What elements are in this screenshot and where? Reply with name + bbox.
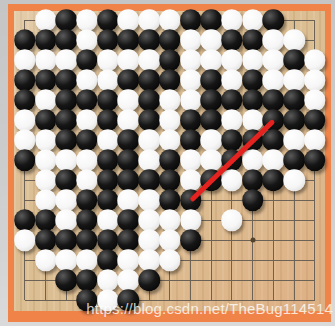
board-intersection[interactable] (222, 190, 243, 210)
board-intersection[interactable] (263, 30, 284, 50)
black-stone (76, 49, 98, 71)
board-intersection[interactable] (77, 190, 98, 210)
board-intersection[interactable] (139, 210, 160, 230)
white-stone (76, 69, 98, 91)
board-intersection[interactable] (77, 110, 98, 130)
black-stone (180, 109, 202, 131)
white-stone (118, 89, 140, 111)
white-stone (159, 89, 181, 111)
white-stone (304, 89, 326, 111)
white-stone (138, 229, 160, 251)
board-intersection[interactable] (118, 150, 139, 170)
board-intersection[interactable] (180, 250, 201, 270)
white-stone (159, 109, 181, 131)
black-stone (283, 89, 305, 111)
board-intersection[interactable] (56, 90, 77, 110)
black-stone (97, 189, 119, 211)
board-intersection[interactable] (77, 150, 98, 170)
board-intersection[interactable] (97, 230, 118, 250)
white-stone (180, 169, 202, 191)
board-intersection[interactable] (159, 270, 180, 290)
board-intersection[interactable] (56, 130, 77, 150)
board-intersection[interactable] (201, 250, 222, 270)
black-stone (56, 269, 78, 291)
white-stone (159, 129, 181, 151)
board-intersection[interactable] (304, 50, 325, 70)
white-stone (263, 29, 285, 51)
board-intersection[interactable] (77, 270, 98, 290)
board-intersection[interactable] (139, 10, 160, 30)
board-intersection[interactable] (284, 230, 305, 250)
board-intersection[interactable] (159, 130, 180, 150)
board-intersection[interactable] (201, 50, 222, 70)
board-intersection[interactable] (180, 150, 201, 170)
board-intersection[interactable] (139, 50, 160, 70)
white-stone (180, 29, 202, 51)
white-stone (221, 69, 243, 91)
white-stone (138, 9, 160, 31)
board-intersection[interactable] (263, 190, 284, 210)
board-intersection[interactable] (304, 110, 325, 130)
board-intersection[interactable] (15, 190, 36, 210)
board-intersection[interactable] (159, 170, 180, 190)
board-intersection[interactable] (242, 70, 263, 90)
white-stone (138, 129, 160, 151)
board-intersection[interactable] (201, 130, 222, 150)
board-intersection[interactable] (118, 170, 139, 190)
board-intersection[interactable] (77, 230, 98, 250)
black-stone (118, 129, 140, 151)
white-stone (180, 89, 202, 111)
white-stone (283, 29, 305, 51)
board-intersection[interactable] (201, 190, 222, 210)
board-intersection[interactable] (304, 70, 325, 90)
board-intersection[interactable] (159, 190, 180, 210)
board-intersection[interactable] (201, 150, 222, 170)
board-intersection[interactable] (159, 90, 180, 110)
board-intersection[interactable] (304, 10, 325, 30)
board-intersection[interactable] (118, 130, 139, 150)
board-intersection[interactable] (284, 50, 305, 70)
board-intersection[interactable] (201, 90, 222, 110)
white-stone (76, 149, 98, 171)
board-intersection[interactable] (15, 70, 36, 90)
board-intersection[interactable] (180, 230, 201, 250)
board-intersection[interactable] (222, 230, 243, 250)
board-intersection[interactable] (35, 190, 56, 210)
board-intersection[interactable] (159, 30, 180, 50)
board-intersection[interactable] (35, 290, 56, 310)
black-stone (76, 89, 98, 111)
board-intersection[interactable] (222, 30, 243, 50)
board-intersection[interactable] (222, 110, 243, 130)
board-intersection[interactable] (35, 250, 56, 270)
white-stone (35, 129, 57, 151)
black-stone (159, 189, 181, 211)
board-intersection[interactable] (15, 270, 36, 290)
board-intersection[interactable] (284, 70, 305, 90)
white-stone (14, 49, 36, 71)
white-stone (180, 49, 202, 71)
white-stone (242, 109, 264, 131)
board-intersection[interactable] (284, 110, 305, 130)
white-stone (97, 49, 119, 71)
board-intersection[interactable] (304, 230, 325, 250)
board-intersection[interactable] (201, 210, 222, 230)
board-intersection[interactable] (56, 70, 77, 90)
black-stone (201, 109, 223, 131)
black-stone (35, 229, 57, 251)
black-stone (138, 29, 160, 51)
black-stone (159, 149, 181, 171)
board-intersection[interactable] (97, 110, 118, 130)
board-intersection[interactable] (159, 230, 180, 250)
board-intersection[interactable] (304, 90, 325, 110)
board-intersection[interactable] (242, 270, 263, 290)
board-intersection[interactable] (35, 50, 56, 70)
board-intersection[interactable] (97, 50, 118, 70)
board-intersection[interactable] (56, 170, 77, 190)
board-intersection[interactable] (77, 30, 98, 50)
board-intersection[interactable] (118, 210, 139, 230)
board-intersection[interactable] (118, 10, 139, 30)
board-intersection[interactable] (284, 250, 305, 270)
board-intersection[interactable] (97, 90, 118, 110)
white-stone (35, 189, 57, 211)
board-intersection[interactable] (304, 250, 325, 270)
board-intersection[interactable] (56, 50, 77, 70)
black-stone (118, 69, 140, 91)
white-stone (118, 269, 140, 291)
board-intersection[interactable] (77, 50, 98, 70)
watermark-text: https://blog.csdn.net/TheBug114514 (86, 300, 333, 317)
board-intersection[interactable] (97, 190, 118, 210)
black-stone (138, 269, 160, 291)
board-intersection[interactable] (304, 170, 325, 190)
black-stone (14, 69, 36, 91)
board-intersection[interactable] (97, 250, 118, 270)
board-intersection[interactable] (242, 50, 263, 70)
board-intersection[interactable] (139, 230, 160, 250)
board-intersection[interactable] (304, 270, 325, 290)
white-stone (35, 9, 57, 31)
board-intersection[interactable] (56, 110, 77, 130)
board-intersection[interactable] (304, 210, 325, 230)
board-intersection[interactable] (118, 270, 139, 290)
white-stone (304, 129, 326, 151)
board-intersection[interactable] (284, 130, 305, 150)
board-intersection[interactable] (159, 50, 180, 70)
black-stone (242, 29, 264, 51)
board-intersection[interactable] (284, 170, 305, 190)
board-intersection[interactable] (139, 30, 160, 50)
black-stone (242, 69, 264, 91)
board-intersection[interactable] (263, 150, 284, 170)
board-intersection[interactable] (159, 70, 180, 90)
board-intersection[interactable] (159, 210, 180, 230)
black-stone (118, 29, 140, 51)
board-intersection[interactable] (284, 210, 305, 230)
board-intersection[interactable] (284, 270, 305, 290)
board-intersection[interactable] (35, 10, 56, 30)
board-intersection[interactable] (180, 110, 201, 130)
white-stone (118, 189, 140, 211)
white-stone (242, 49, 264, 71)
board-intersection[interactable] (139, 110, 160, 130)
board-intersection[interactable] (35, 90, 56, 110)
board-intersection[interactable] (284, 150, 305, 170)
board-intersection[interactable] (284, 30, 305, 50)
board-intersection[interactable] (118, 30, 139, 50)
board-intersection[interactable] (180, 50, 201, 70)
black-stone (159, 49, 181, 71)
board-intersection[interactable] (180, 30, 201, 50)
board-intersection[interactable] (77, 170, 98, 190)
board-intersection[interactable] (15, 290, 36, 310)
board-intersection[interactable] (97, 70, 118, 90)
board-intersection[interactable] (242, 170, 263, 190)
board-intersection[interactable] (15, 250, 36, 270)
black-stone (76, 229, 98, 251)
black-stone (221, 29, 243, 51)
board-intersection[interactable] (15, 130, 36, 150)
board-intersection[interactable] (222, 130, 243, 150)
board-intersection[interactable] (15, 150, 36, 170)
black-stone (138, 169, 160, 191)
board-intersection[interactable] (97, 210, 118, 230)
board-intersection[interactable] (139, 270, 160, 290)
board-intersection[interactable] (222, 270, 243, 290)
board-intersection[interactable] (139, 150, 160, 170)
board-intersection[interactable] (139, 70, 160, 90)
board-intersection[interactable] (201, 110, 222, 130)
board-intersection[interactable] (118, 190, 139, 210)
board-intersection[interactable] (118, 250, 139, 270)
board-intersection[interactable] (56, 10, 77, 30)
board-intersection[interactable] (15, 50, 36, 70)
board-intersection[interactable] (35, 30, 56, 50)
board-intersection[interactable] (284, 190, 305, 210)
board-intersection[interactable] (263, 50, 284, 70)
black-stone (56, 109, 78, 131)
board-intersection[interactable] (201, 270, 222, 290)
board-intersection[interactable] (180, 130, 201, 150)
board-intersection[interactable] (263, 210, 284, 230)
board-intersection[interactable] (159, 110, 180, 130)
board-intersection[interactable] (222, 250, 243, 270)
board-intersection[interactable] (284, 90, 305, 110)
black-stone (76, 189, 98, 211)
black-stone (56, 9, 78, 31)
board-intersection[interactable] (263, 70, 284, 90)
board-intersection[interactable] (263, 270, 284, 290)
board-intersection[interactable] (304, 30, 325, 50)
board-intersection[interactable] (242, 230, 263, 250)
black-stone (118, 169, 140, 191)
white-stone (118, 9, 140, 31)
board-intersection[interactable] (118, 70, 139, 90)
board-intersection[interactable] (201, 70, 222, 90)
board-intersection[interactable] (77, 10, 98, 30)
white-stone (97, 129, 119, 151)
black-stone (180, 9, 202, 31)
board-intersection[interactable] (201, 230, 222, 250)
board-intersection[interactable] (242, 250, 263, 270)
board-intersection[interactable] (97, 150, 118, 170)
board-intersection[interactable] (56, 290, 77, 310)
black-stone (56, 169, 78, 191)
board-intersection[interactable] (97, 30, 118, 50)
board-intersection[interactable] (118, 110, 139, 130)
white-stone (221, 209, 243, 231)
black-stone (76, 129, 98, 151)
board-intersection[interactable] (35, 70, 56, 90)
board-intersection[interactable] (180, 270, 201, 290)
black-stone (76, 209, 98, 231)
board-intersection[interactable] (118, 50, 139, 70)
board-intersection[interactable] (242, 110, 263, 130)
board-intersection[interactable] (56, 210, 77, 230)
board-intersection[interactable] (242, 30, 263, 50)
board-intersection[interactable] (56, 190, 77, 210)
board-intersection[interactable] (263, 230, 284, 250)
board-intersection[interactable] (180, 170, 201, 190)
black-stone (159, 69, 181, 91)
board-intersection[interactable] (15, 170, 36, 190)
board-intersection[interactable] (242, 90, 263, 110)
white-stone (138, 189, 160, 211)
board-intersection[interactable] (139, 130, 160, 150)
board-intersection[interactable] (263, 250, 284, 270)
white-stone (118, 109, 140, 131)
white-stone (180, 69, 202, 91)
board-intersection[interactable] (242, 210, 263, 230)
black-stone (56, 229, 78, 251)
board-intersection[interactable] (222, 10, 243, 30)
board-intersection[interactable] (56, 230, 77, 250)
board-intersection[interactable] (15, 90, 36, 110)
board-intersection[interactable] (222, 70, 243, 90)
black-stone (76, 269, 98, 291)
white-stone (76, 9, 98, 31)
board-intersection[interactable] (180, 210, 201, 230)
board-intersection[interactable] (118, 230, 139, 250)
board-intersection[interactable] (77, 90, 98, 110)
board-intersection[interactable] (15, 30, 36, 50)
board-intersection[interactable] (139, 170, 160, 190)
white-stone (221, 9, 243, 31)
board-intersection[interactable] (159, 250, 180, 270)
board-intersection[interactable] (242, 190, 263, 210)
black-stone (14, 209, 36, 231)
black-stone (35, 109, 57, 131)
white-stone (76, 109, 98, 131)
board-intersection[interactable] (263, 170, 284, 190)
board-intersection[interactable] (304, 130, 325, 150)
black-stone (201, 69, 223, 91)
board-intersection[interactable] (35, 150, 56, 170)
black-stone (304, 109, 326, 131)
board-intersection[interactable] (56, 250, 77, 270)
board-intersection[interactable] (222, 210, 243, 230)
board-intersection[interactable] (201, 30, 222, 50)
white-stone (118, 49, 140, 71)
board-intersection[interactable] (263, 10, 284, 30)
white-stone (221, 49, 243, 71)
board-intersection[interactable] (97, 130, 118, 150)
board-intersection[interactable] (77, 70, 98, 90)
board-intersection[interactable] (222, 90, 243, 110)
goban-board (14, 11, 325, 311)
board-intersection[interactable] (139, 90, 160, 110)
board-intersection[interactable] (97, 170, 118, 190)
board-intersection[interactable] (35, 210, 56, 230)
board-intersection[interactable] (263, 90, 284, 110)
board-intersection[interactable] (15, 110, 36, 130)
white-stone (180, 149, 202, 171)
screenshot-canvas: https://blog.csdn.net/TheBug114514 (0, 0, 335, 326)
white-stone (221, 169, 243, 191)
board-intersection[interactable] (263, 130, 284, 150)
black-stone (35, 69, 57, 91)
black-stone (283, 49, 305, 71)
white-stone (35, 49, 57, 71)
board-intersection[interactable] (77, 210, 98, 230)
board-intersection[interactable] (35, 230, 56, 250)
board-intersection[interactable] (77, 250, 98, 270)
board-intersection[interactable] (77, 130, 98, 150)
board-intersection[interactable] (159, 150, 180, 170)
board-intersection[interactable] (35, 130, 56, 150)
board-intersection[interactable] (201, 10, 222, 30)
board-intersection[interactable] (180, 10, 201, 30)
board-intersection[interactable] (139, 190, 160, 210)
white-stone (138, 149, 160, 171)
black-stone (138, 69, 160, 91)
board-intersection[interactable] (56, 150, 77, 170)
board-intersection[interactable] (15, 210, 36, 230)
board-intersection[interactable] (139, 250, 160, 270)
black-stone (14, 149, 36, 171)
board-intersection[interactable] (222, 170, 243, 190)
board-intersection[interactable] (284, 10, 305, 30)
board-intersection[interactable] (56, 270, 77, 290)
white-stone (263, 69, 285, 91)
board-intersection[interactable] (180, 90, 201, 110)
board-intersection[interactable] (159, 10, 180, 30)
board-intersection[interactable] (180, 70, 201, 90)
board-intersection[interactable] (97, 10, 118, 30)
white-stone (138, 249, 160, 271)
board-intersection[interactable] (35, 270, 56, 290)
black-stone (201, 9, 223, 31)
black-stone (97, 9, 119, 31)
board-intersection[interactable] (35, 110, 56, 130)
board-intersection[interactable] (56, 30, 77, 50)
board-intersection[interactable] (118, 90, 139, 110)
board-intersection[interactable] (304, 150, 325, 170)
board-intersection[interactable] (35, 170, 56, 190)
board-intersection[interactable] (242, 150, 263, 170)
black-stone (180, 129, 202, 151)
black-stone (159, 169, 181, 191)
board-intersection[interactable] (222, 50, 243, 70)
board-intersection[interactable] (242, 10, 263, 30)
board-intersection[interactable] (15, 10, 36, 30)
board-intersection[interactable] (15, 230, 36, 250)
board-intersection[interactable] (97, 270, 118, 290)
board-intersection[interactable] (304, 190, 325, 210)
